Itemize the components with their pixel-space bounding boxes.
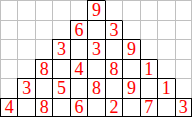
pyramid-cell-given: 3	[17, 78, 34, 98]
pyramid-board: 963339848135891486273	[0, 0, 192, 117]
pyramid-cell-given: 9	[87, 0, 104, 20]
pyramid-cell-given: 5	[52, 78, 69, 98]
pyramid-cell-empty[interactable]	[87, 59, 104, 79]
grid-background-cell	[157, 0, 174, 20]
pyramid-cell-given: 2	[105, 98, 122, 118]
grid-background-cell	[140, 0, 157, 20]
grid-background-cell	[35, 20, 52, 40]
grid-background-cell	[122, 20, 139, 40]
pyramid-cell-given: 1	[140, 59, 157, 79]
grid-background-cell	[157, 20, 174, 40]
grid-background-cell	[0, 59, 17, 79]
pyramid-cell-given: 9	[122, 78, 139, 98]
pyramid-cell-empty[interactable]	[105, 78, 122, 98]
grid-background-cell	[17, 39, 34, 59]
grid-background-cell	[0, 0, 17, 20]
grid-background-cell	[140, 20, 157, 40]
grid-background-cell	[175, 78, 192, 98]
pyramid-cell-given: 8	[35, 59, 52, 79]
pyramid-cell-given: 7	[140, 98, 157, 118]
pyramid-cell-empty[interactable]	[70, 39, 87, 59]
pyramid-cell-empty[interactable]	[52, 59, 69, 79]
grid-background-cell	[175, 20, 192, 40]
grid-background-cell	[52, 20, 69, 40]
pyramid-cell-empty[interactable]	[70, 78, 87, 98]
grid-background-cell	[17, 20, 34, 40]
grid-background-cell	[0, 20, 17, 40]
pyramid-cell-given: 8	[87, 78, 104, 98]
pyramid-cell-given: 6	[70, 20, 87, 40]
grid-background-cell	[175, 0, 192, 20]
grid-background-cell	[35, 39, 52, 59]
pyramid-cell-given: 8	[35, 98, 52, 118]
grid-background-cell	[157, 39, 174, 59]
pyramid-cell-empty[interactable]	[87, 98, 104, 118]
pyramid-cell-empty[interactable]	[17, 98, 34, 118]
pyramid-cell-given: 3	[52, 39, 69, 59]
pyramid-cell-empty[interactable]	[35, 78, 52, 98]
pyramid-cell-empty[interactable]	[52, 98, 69, 118]
pyramid-cell-given: 6	[70, 98, 87, 118]
pyramid-cell-empty[interactable]	[87, 20, 104, 40]
pyramid-cell-empty[interactable]	[157, 98, 174, 118]
grid-background-cell	[35, 0, 52, 20]
grid-background-cell	[52, 0, 69, 20]
pyramid-cell-given: 4	[70, 59, 87, 79]
pyramid-cell-given: 4	[0, 98, 17, 118]
pyramid-cell-given: 3	[87, 39, 104, 59]
grid-background-cell	[175, 39, 192, 59]
pyramid-cell-given: 1	[157, 78, 174, 98]
grid-background-cell	[157, 59, 174, 79]
pyramid-cell-given: 8	[105, 59, 122, 79]
grid-background-cell	[17, 0, 34, 20]
grid-background-cell	[0, 39, 17, 59]
grid-background-cell	[0, 78, 17, 98]
pyramid-cell-empty[interactable]	[122, 98, 139, 118]
grid-background-cell	[105, 0, 122, 20]
pyramid-cell-empty[interactable]	[140, 78, 157, 98]
grid-background-cell	[70, 0, 87, 20]
grid-background-cell	[122, 0, 139, 20]
grid-background-cell	[17, 59, 34, 79]
pyramid-cell-empty[interactable]	[122, 59, 139, 79]
pyramid-cell-given: 3	[175, 98, 192, 118]
pyramid-cell-empty[interactable]	[105, 39, 122, 59]
grid-background-cell	[175, 59, 192, 79]
pyramid-cell-given: 3	[105, 20, 122, 40]
grid-background-cell	[140, 39, 157, 59]
pyramid-cell-given: 9	[122, 39, 139, 59]
